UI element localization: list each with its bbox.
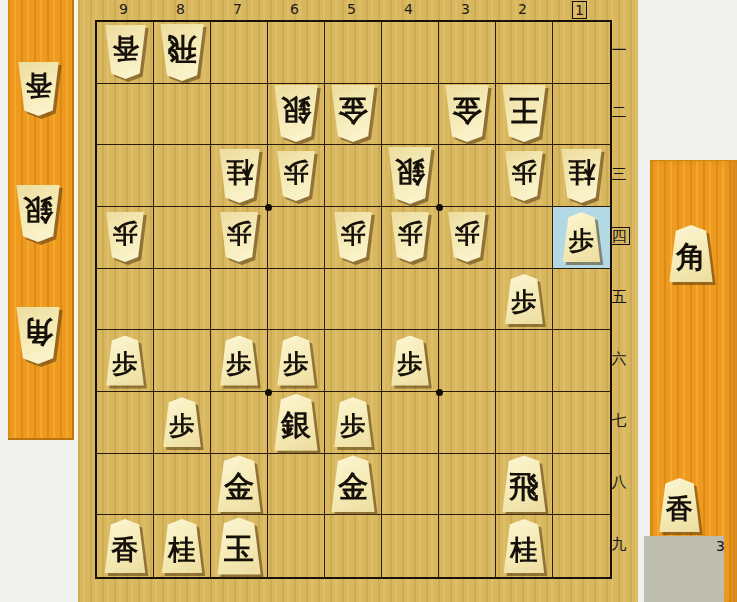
square-99[interactable]: 香 [97, 515, 154, 577]
sente-pawn-count: 3 [716, 538, 725, 554]
square-93[interactable] [97, 145, 154, 207]
square-23[interactable]: 歩 [496, 145, 553, 207]
square-81[interactable]: 飛 [154, 22, 211, 84]
square-55[interactable] [325, 269, 382, 331]
file-labels: 987654321 [95, 1, 608, 19]
square-57[interactable]: 歩 [325, 392, 382, 454]
piece-glyph: 歩 [512, 289, 537, 314]
square-59[interactable] [325, 515, 382, 577]
square-69[interactable] [268, 515, 325, 577]
piece-glyph: 歩 [170, 413, 195, 438]
piece-gote-銀[interactable]: 銀 [273, 85, 319, 142]
piece-glyph: 桂 [568, 159, 595, 186]
piece-glyph: 歩 [113, 351, 138, 376]
square-28[interactable]: 飛 [496, 454, 553, 516]
square-83[interactable] [154, 145, 211, 207]
piece-gote-桂[interactable]: 桂 [218, 149, 261, 203]
piece-sente-歩[interactable]: 歩 [219, 336, 259, 386]
square-94[interactable]: 歩 [97, 207, 154, 269]
square-42[interactable] [382, 84, 439, 146]
piece-gote-歩[interactable]: 歩 [333, 212, 373, 262]
square-17[interactable] [553, 392, 610, 454]
square-11[interactable] [553, 22, 610, 84]
piece-gote-歩[interactable]: 歩 [447, 212, 487, 262]
square-36[interactable] [439, 330, 496, 392]
piece-glyph: 歩 [284, 160, 309, 185]
piece-gote-金[interactable]: 金 [330, 85, 376, 142]
piece-gote-歩[interactable]: 歩 [504, 151, 544, 201]
piece-gote-歩[interactable]: 歩 [390, 212, 430, 262]
rank-label-7: 七 [612, 411, 627, 430]
square-75[interactable] [211, 269, 268, 331]
square-41[interactable] [382, 22, 439, 84]
piece-glyph: 香 [25, 73, 52, 100]
square-48[interactable] [382, 454, 439, 516]
piece-gote-飛[interactable]: 飛 [159, 24, 205, 81]
square-32[interactable]: 金 [439, 84, 496, 146]
file-label-5: 5 [347, 1, 356, 19]
piece-sente-香[interactable]: 香 [104, 519, 147, 573]
square-71[interactable] [211, 22, 268, 84]
square-16[interactable] [553, 330, 610, 392]
piece-glyph: 角 [23, 318, 53, 348]
square-34[interactable]: 歩 [439, 207, 496, 269]
square-67[interactable]: 銀 [268, 392, 325, 454]
square-12[interactable] [553, 84, 610, 146]
piece-gote-歩[interactable]: 歩 [276, 151, 316, 201]
square-35[interactable] [439, 269, 496, 331]
rank-label-9: 九 [612, 535, 627, 554]
piece-sente-桂[interactable]: 桂 [503, 519, 546, 573]
square-22[interactable]: 王 [496, 84, 553, 146]
gote-hand-piece-銀[interactable]: 銀 [15, 185, 61, 242]
square-79[interactable]: 玉 [211, 515, 268, 577]
square-88[interactable] [154, 454, 211, 516]
square-97[interactable] [97, 392, 154, 454]
piece-glyph: 歩 [227, 222, 252, 247]
square-64[interactable] [268, 207, 325, 269]
square-43[interactable]: 銀 [382, 145, 439, 207]
shogi-app: 香銀角 角香歩 3 987654321 一二三四五六七八九 香飛銀金金王桂歩銀歩… [0, 0, 737, 602]
square-62[interactable]: 銀 [268, 84, 325, 146]
piece-sente-銀[interactable]: 銀 [273, 394, 319, 451]
piece-glyph: 歩 [341, 222, 366, 247]
square-84[interactable] [154, 207, 211, 269]
square-27[interactable] [496, 392, 553, 454]
square-74[interactable]: 歩 [211, 207, 268, 269]
piece-sente-歩[interactable]: 歩 [390, 336, 430, 386]
square-76[interactable]: 歩 [211, 330, 268, 392]
square-82[interactable] [154, 84, 211, 146]
piece-glyph: 金 [452, 96, 482, 126]
file-label-2: 2 [518, 1, 527, 19]
piece-glyph: 桂 [226, 159, 253, 186]
piece-glyph: 桂 [511, 536, 538, 563]
rank-label-6: 六 [612, 350, 627, 369]
piece-glyph: 香 [666, 495, 693, 522]
piece-glyph: 王 [509, 96, 539, 126]
file-label-6: 6 [290, 1, 299, 19]
square-65[interactable] [268, 269, 325, 331]
piece-glyph: 歩 [113, 222, 138, 247]
piece-glyph: 香 [112, 36, 139, 63]
file-label-9: 9 [119, 1, 128, 19]
square-89[interactable]: 桂 [154, 515, 211, 577]
piece-glyph: 銀 [395, 158, 425, 188]
square-45[interactable] [382, 269, 439, 331]
piece-sente-歩[interactable]: 歩 [162, 397, 202, 447]
square-26[interactable] [496, 330, 553, 392]
square-37[interactable] [439, 392, 496, 454]
file-label-1: 1 [572, 1, 587, 19]
square-38[interactable] [439, 454, 496, 516]
piece-gote-王[interactable]: 王 [501, 85, 547, 142]
piece-sente-歩[interactable]: 歩 [276, 336, 316, 386]
piece-glyph: 歩 [284, 351, 309, 376]
piece-glyph: 歩 [227, 351, 252, 376]
hoshi-dot-2 [436, 204, 443, 211]
square-52[interactable]: 金 [325, 84, 382, 146]
pawn-in-hand-highlight [644, 536, 724, 602]
rank-label-8: 八 [612, 473, 627, 492]
hoshi-dot-1 [265, 204, 272, 211]
square-15[interactable] [553, 269, 610, 331]
file-label-4: 4 [404, 1, 413, 19]
piece-glyph: 金 [224, 472, 254, 502]
piece-sente-歩[interactable]: 歩 [504, 274, 544, 324]
piece-sente-金[interactable]: 金 [216, 455, 262, 512]
square-18[interactable] [553, 454, 610, 516]
piece-sente-歩[interactable]: 歩 [333, 397, 373, 447]
piece-glyph: 金 [338, 96, 368, 126]
square-87[interactable]: 歩 [154, 392, 211, 454]
square-72[interactable] [211, 84, 268, 146]
rank-label-5: 五 [612, 288, 627, 307]
piece-glyph: 歩 [398, 222, 423, 247]
piece-sente-金[interactable]: 金 [330, 455, 376, 512]
square-86[interactable] [154, 330, 211, 392]
piece-glyph: 銀 [281, 410, 311, 440]
square-85[interactable] [154, 269, 211, 331]
piece-glyph: 歩 [569, 228, 594, 253]
square-51[interactable] [325, 22, 382, 84]
piece-glyph: 歩 [512, 160, 537, 185]
square-44[interactable]: 歩 [382, 207, 439, 269]
file-label-7: 7 [233, 1, 242, 19]
square-68[interactable] [268, 454, 325, 516]
piece-gote-歩[interactable]: 歩 [219, 212, 259, 262]
hoshi-dot-4 [436, 389, 443, 396]
square-19[interactable] [553, 515, 610, 577]
piece-glyph: 銀 [281, 96, 311, 126]
square-58[interactable]: 金 [325, 454, 382, 516]
piece-gote-歩[interactable]: 歩 [105, 212, 145, 262]
piece-gote-桂[interactable]: 桂 [560, 149, 603, 203]
square-33[interactable] [439, 145, 496, 207]
gote-hand-piece-香[interactable]: 香 [17, 62, 60, 116]
square-53[interactable] [325, 145, 382, 207]
piece-glyph: 香 [112, 536, 139, 563]
board-grid: 香飛銀金金王桂歩銀歩桂歩歩歩歩歩歩歩歩歩歩歩歩銀歩金金飛香桂玉桂 [95, 20, 612, 579]
piece-sente-桂[interactable]: 桂 [161, 519, 204, 573]
piece-sente-歩[interactable]: 歩 [562, 212, 602, 262]
sente-hand-piece-角[interactable]: 角 [668, 225, 714, 282]
square-13[interactable]: 桂 [553, 145, 610, 207]
piece-glyph: 飛 [509, 472, 539, 502]
square-14[interactable]: 歩 [553, 207, 610, 269]
square-91[interactable]: 香 [97, 22, 154, 84]
square-49[interactable] [382, 515, 439, 577]
square-46[interactable]: 歩 [382, 330, 439, 392]
square-47[interactable] [382, 392, 439, 454]
piece-glyph: 金 [338, 472, 368, 502]
square-73[interactable]: 桂 [211, 145, 268, 207]
square-63[interactable]: 歩 [268, 145, 325, 207]
square-66[interactable]: 歩 [268, 330, 325, 392]
piece-glyph: 歩 [341, 413, 366, 438]
square-29[interactable]: 桂 [496, 515, 553, 577]
gote-hand-tray: 香銀角 [8, 0, 74, 440]
piece-glyph: 角 [676, 242, 706, 272]
gote-hand-piece-角[interactable]: 角 [15, 307, 61, 364]
square-61[interactable] [268, 22, 325, 84]
square-39[interactable] [439, 515, 496, 577]
piece-gote-金[interactable]: 金 [444, 85, 490, 142]
square-25[interactable]: 歩 [496, 269, 553, 331]
piece-glyph: 銀 [23, 196, 53, 226]
piece-glyph: 玉 [224, 534, 254, 564]
square-92[interactable] [97, 84, 154, 146]
square-31[interactable] [439, 22, 496, 84]
rank-label-3: 三 [612, 165, 627, 184]
piece-glyph: 桂 [169, 536, 196, 563]
hoshi-dot-3 [265, 389, 272, 396]
piece-gote-香[interactable]: 香 [104, 25, 147, 79]
piece-glyph: 歩 [398, 351, 423, 376]
square-24[interactable] [496, 207, 553, 269]
file-label-8: 8 [176, 1, 185, 19]
piece-glyph: 歩 [455, 222, 480, 247]
file-label-3: 3 [461, 1, 470, 19]
square-21[interactable] [496, 22, 553, 84]
piece-sente-飛[interactable]: 飛 [501, 455, 547, 512]
square-98[interactable] [97, 454, 154, 516]
piece-gote-銀[interactable]: 銀 [387, 147, 433, 204]
square-77[interactable] [211, 392, 268, 454]
square-54[interactable]: 歩 [325, 207, 382, 269]
sente-hand-piece-香[interactable]: 香 [658, 478, 701, 532]
piece-sente-玉[interactable]: 玉 [216, 518, 262, 575]
square-78[interactable]: 金 [211, 454, 268, 516]
square-56[interactable] [325, 330, 382, 392]
square-95[interactable] [97, 269, 154, 331]
rank-label-1: 一 [612, 41, 627, 60]
piece-sente-歩[interactable]: 歩 [105, 336, 145, 386]
piece-glyph: 飛 [167, 34, 197, 64]
square-96[interactable]: 歩 [97, 330, 154, 392]
rank-label-2: 二 [612, 103, 627, 122]
